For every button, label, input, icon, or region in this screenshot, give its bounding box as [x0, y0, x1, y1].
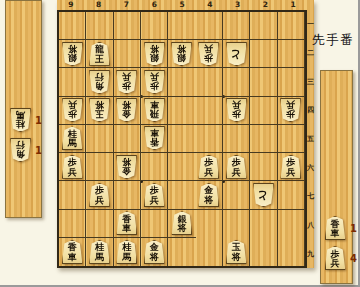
shogi-piece-歩兵-gote[interactable]: 歩兵	[141, 68, 167, 95]
board-cell[interactable]	[223, 210, 250, 238]
board-cell[interactable]: 香車	[59, 238, 86, 266]
shogi-piece-桂馬-sente[interactable]: 桂馬	[114, 238, 140, 266]
shogi-piece-龍王-sente[interactable]: 龍王	[86, 40, 112, 67]
board-cell[interactable]	[250, 68, 277, 96]
board-cell[interactable]	[59, 210, 86, 238]
row-label: 三	[307, 67, 314, 96]
board-cell[interactable]	[168, 68, 195, 96]
column-label: 5	[168, 0, 196, 10]
column-label: 9	[57, 0, 85, 10]
board-cell[interactable]: 金将	[114, 153, 141, 181]
shogi-piece-歩兵-gote[interactable]: 歩兵	[114, 68, 140, 95]
board-cell[interactable]	[196, 68, 223, 96]
gote-captured-tray: 桂馬 1 角行 1	[5, 0, 42, 218]
board-cell[interactable]	[278, 238, 305, 266]
board-cell[interactable]	[223, 12, 250, 40]
shogi-piece-銀将-gote[interactable]: 銀将	[141, 40, 167, 67]
shogi-piece-歩兵-gote[interactable]: 歩兵	[278, 97, 304, 124]
board-cell[interactable]	[168, 12, 195, 40]
shogi-piece-歩兵-sente[interactable]: 歩兵	[223, 153, 249, 180]
row-label: 四	[307, 96, 314, 125]
shogi-app: 桂馬 1 角行 1 987654321 一二三四五六七八九 銀将龍王銀将銀将歩兵…	[0, 0, 360, 287]
board-cell[interactable]: 桂馬	[86, 238, 113, 266]
board-cell[interactable]: 銀将	[59, 40, 86, 68]
board-cell[interactable]	[196, 97, 223, 125]
board-cell[interactable]	[86, 153, 113, 181]
turn-indicator: 先手番	[312, 32, 354, 49]
sente-captured-tray: 香車 1 歩兵 4	[320, 70, 353, 284]
board-cell[interactable]: 香車	[114, 210, 141, 238]
board-cell[interactable]	[59, 181, 86, 209]
board-cell[interactable]	[168, 97, 195, 125]
board-cell[interactable]: 玉将	[223, 238, 250, 266]
board-cell[interactable]: 桂馬	[114, 238, 141, 266]
board-cell[interactable]	[250, 12, 277, 40]
captured-count: 1	[35, 145, 42, 156]
board-cell[interactable]: 銀将	[168, 40, 195, 68]
shogi-piece-lance-sente[interactable]: 香車	[324, 216, 346, 240]
captured-count: 1	[35, 115, 42, 126]
shogi-piece-玉将-sente[interactable]: 玉将	[223, 238, 249, 266]
board-cell[interactable]	[141, 153, 168, 181]
board-cell[interactable]: と	[223, 40, 250, 68]
shogi-piece-歩兵-gote[interactable]: 歩兵	[196, 40, 222, 67]
board-cell[interactable]	[86, 125, 113, 153]
captured-count: 4	[350, 253, 357, 264]
shogi-piece-歩兵-sente[interactable]: 歩兵	[278, 153, 304, 180]
board-cell[interactable]: 歩兵	[59, 97, 86, 125]
board-cell[interactable]	[86, 210, 113, 238]
board-cell[interactable]: 玉将	[86, 97, 113, 125]
row-label: 九	[307, 239, 314, 268]
shogi-piece-歩兵-sente[interactable]: 歩兵	[59, 153, 85, 180]
board-cell[interactable]	[141, 12, 168, 40]
board-cell[interactable]	[168, 153, 195, 181]
board-cell[interactable]	[250, 238, 277, 266]
board-cell[interactable]	[114, 12, 141, 40]
column-label: 6	[140, 0, 168, 10]
board-grid: 銀将龍王銀将銀将歩兵と角行歩兵歩兵歩兵玉将金将飛車歩兵歩兵桂馬香車歩兵金将歩兵歩…	[57, 10, 307, 268]
board-cell[interactable]	[196, 12, 223, 40]
board-cell[interactable]: 金将	[141, 238, 168, 266]
row-label: 七	[307, 182, 314, 211]
board-cell[interactable]	[196, 125, 223, 153]
board-cell[interactable]	[278, 68, 305, 96]
shogi-piece-桂馬-sente[interactable]: 桂馬	[59, 125, 85, 152]
board-cell[interactable]	[196, 210, 223, 238]
board-cell[interactable]: と	[250, 181, 277, 209]
shogi-piece-金将-sente[interactable]: 金将	[196, 181, 222, 208]
row-label: 五	[307, 125, 314, 154]
board-cell[interactable]	[86, 12, 113, 40]
shogi-piece-銀将-gote[interactable]: 銀将	[168, 40, 195, 67]
board-cell[interactable]	[168, 181, 195, 209]
board-cell[interactable]: 龍王	[86, 40, 113, 68]
board-cell[interactable]: 金将	[196, 181, 223, 209]
shogi-piece-と-gote[interactable]: と	[223, 40, 249, 67]
shogi-piece-銀将-gote[interactable]: 銀将	[59, 40, 85, 67]
board-cell[interactable]	[223, 181, 250, 209]
shogi-piece-香車-sente[interactable]: 香車	[59, 238, 85, 266]
shogi-piece-香車-sente[interactable]: 香車	[114, 210, 140, 237]
board-cell[interactable]	[168, 125, 195, 153]
shogi-piece-歩兵-sente[interactable]: 歩兵	[141, 181, 167, 208]
board-cell[interactable]: 歩兵	[278, 97, 305, 125]
board-cell[interactable]: 銀将	[168, 210, 195, 238]
board-cell[interactable]: 桂馬	[59, 125, 86, 153]
shogi-piece-金将-gote[interactable]: 金将	[114, 153, 140, 180]
column-labels: 987654321	[57, 0, 307, 10]
board-cell[interactable]: 角行	[86, 68, 113, 96]
board-cell[interactable]: 歩兵	[196, 153, 223, 181]
board-cell[interactable]	[278, 181, 305, 209]
board-cell[interactable]: 歩兵	[141, 181, 168, 209]
shogi-piece-桂馬-sente[interactable]: 桂馬	[86, 238, 112, 266]
board-cell[interactable]: 歩兵	[223, 97, 250, 125]
board-cell[interactable]: 歩兵	[141, 68, 168, 96]
shogi-piece-bishop-gote[interactable]: 角行	[9, 138, 31, 162]
board-cell[interactable]: 歩兵	[278, 153, 305, 181]
shogi-piece-金将-gote[interactable]: 金将	[114, 97, 140, 124]
board-cell[interactable]	[278, 40, 305, 68]
board-cell[interactable]	[114, 125, 141, 153]
tray-entry: 歩兵 4	[324, 245, 352, 271]
column-label: 3	[224, 0, 252, 10]
shogi-piece-歩兵-sente[interactable]: 歩兵	[196, 153, 222, 180]
column-label: 4	[196, 0, 224, 10]
column-label: 8	[85, 0, 113, 10]
row-label: 六	[307, 153, 314, 182]
board-cell[interactable]: 香車	[141, 125, 168, 153]
board-cell[interactable]	[114, 40, 141, 68]
shogi-piece-歩兵-gote[interactable]: 歩兵	[223, 97, 249, 124]
board-cell[interactable]	[278, 12, 305, 40]
shogi-piece-香車-gote[interactable]: 香車	[141, 125, 167, 152]
board-cell[interactable]	[223, 68, 250, 96]
shogi-piece-pawn-sente[interactable]: 歩兵	[324, 246, 346, 270]
board-cell[interactable]	[250, 97, 277, 125]
board-cell[interactable]: 歩兵	[196, 40, 223, 68]
board-cell[interactable]: 飛車	[141, 97, 168, 125]
tray-entry: 香車 1	[324, 215, 352, 241]
board-cell[interactable]: 歩兵	[86, 181, 113, 209]
board-cell[interactable]	[278, 125, 305, 153]
shogi-piece-金将-sente[interactable]: 金将	[141, 238, 167, 266]
board-cell[interactable]: 銀将	[141, 40, 168, 68]
board-cell[interactable]	[141, 210, 168, 238]
board-cell[interactable]	[250, 210, 277, 238]
shogi-piece-玉将-gote[interactable]: 玉将	[86, 97, 112, 124]
row-label: 八	[307, 211, 314, 240]
board-cell[interactable]	[278, 210, 305, 238]
board-cell[interactable]	[250, 153, 277, 181]
column-label: 7	[113, 0, 141, 10]
board-cell[interactable]	[223, 125, 250, 153]
board-cell[interactable]	[114, 181, 141, 209]
board-cell[interactable]	[59, 12, 86, 40]
shogi-piece-knight-gote[interactable]: 桂馬	[9, 108, 31, 132]
shogi-piece-歩兵-sente[interactable]: 歩兵	[86, 181, 112, 208]
board-panel: 987654321 一二三四五六七八九 銀将龍王銀将銀将歩兵と角行歩兵歩兵歩兵玉…	[57, 0, 314, 268]
shogi-piece-銀将-sente[interactable]: 銀将	[168, 210, 195, 237]
board-cell[interactable]	[250, 125, 277, 153]
tray-entry: 桂馬 1	[9, 107, 41, 133]
board-cell[interactable]	[250, 40, 277, 68]
board-cell[interactable]: 歩兵	[114, 68, 141, 96]
board-cell[interactable]	[196, 238, 223, 266]
board-cell[interactable]	[59, 68, 86, 96]
tray-entry: 角行 1	[9, 137, 41, 163]
board-cell[interactable]: 歩兵	[223, 153, 250, 181]
shogi-piece-歩兵-gote[interactable]: 歩兵	[59, 97, 85, 124]
shogi-piece-角行-gote[interactable]: 角行	[86, 68, 112, 95]
column-label: 1	[279, 0, 307, 10]
captured-count: 1	[350, 223, 357, 234]
board-cell[interactable]: 歩兵	[59, 153, 86, 181]
board-cell[interactable]: 金将	[114, 97, 141, 125]
column-label: 2	[251, 0, 279, 10]
shogi-piece-飛車-gote[interactable]: 飛車	[141, 97, 167, 124]
shogi-piece-と-gote[interactable]: と	[250, 181, 276, 208]
board-cell[interactable]	[168, 238, 195, 266]
